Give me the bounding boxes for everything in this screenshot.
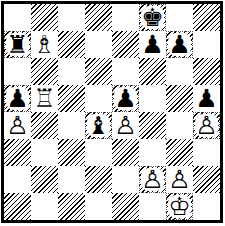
square-h5[interactable]: ♟ bbox=[193, 85, 220, 112]
square-d7[interactable] bbox=[85, 31, 112, 58]
square-f3[interactable] bbox=[139, 139, 166, 166]
board-grid: ♚♜♗♟♟♟♖♟♟♙♝♙♙♙♙♔ bbox=[4, 4, 220, 220]
square-f8[interactable]: ♚ bbox=[139, 4, 166, 31]
square-f5[interactable] bbox=[139, 85, 166, 112]
piece-black-pawn: ♟ bbox=[166, 31, 193, 58]
square-c8[interactable] bbox=[58, 4, 85, 31]
square-c2[interactable] bbox=[58, 166, 85, 193]
piece-black-pawn: ♟ bbox=[193, 85, 220, 112]
square-a2[interactable] bbox=[4, 166, 31, 193]
square-h1[interactable] bbox=[193, 193, 220, 220]
square-c1[interactable] bbox=[58, 193, 85, 220]
piece-black-pawn: ♟ bbox=[139, 31, 166, 58]
piece-black-king: ♚ bbox=[139, 4, 166, 31]
square-d1[interactable] bbox=[85, 193, 112, 220]
square-d6[interactable] bbox=[85, 58, 112, 85]
square-g2[interactable]: ♙ bbox=[166, 166, 193, 193]
square-h7[interactable] bbox=[193, 31, 220, 58]
piece-white-pawn: ♙ bbox=[4, 112, 31, 139]
square-f1[interactable] bbox=[139, 193, 166, 220]
board-frame: ♚♜♗♟♟♟♖♟♟♙♝♙♙♙♙♔ bbox=[1, 1, 223, 223]
piece-black-pawn: ♟ bbox=[4, 85, 31, 112]
piece-white-rook: ♖ bbox=[31, 85, 58, 112]
square-e2[interactable] bbox=[112, 166, 139, 193]
square-e6[interactable] bbox=[112, 58, 139, 85]
square-g1[interactable]: ♔ bbox=[166, 193, 193, 220]
piece-white-pawn: ♙ bbox=[166, 166, 193, 193]
square-a1[interactable] bbox=[4, 193, 31, 220]
square-b6[interactable] bbox=[31, 58, 58, 85]
square-h6[interactable] bbox=[193, 58, 220, 85]
square-e4[interactable]: ♙ bbox=[112, 112, 139, 139]
square-c3[interactable] bbox=[58, 139, 85, 166]
square-g7[interactable]: ♟ bbox=[166, 31, 193, 58]
piece-white-pawn: ♙ bbox=[112, 112, 139, 139]
piece-white-bishop: ♗ bbox=[31, 31, 58, 58]
square-b4[interactable] bbox=[31, 112, 58, 139]
square-b3[interactable] bbox=[31, 139, 58, 166]
square-g8[interactable] bbox=[166, 4, 193, 31]
square-d8[interactable] bbox=[85, 4, 112, 31]
square-g5[interactable] bbox=[166, 85, 193, 112]
square-e3[interactable] bbox=[112, 139, 139, 166]
piece-white-king: ♔ bbox=[166, 193, 193, 220]
square-d2[interactable] bbox=[85, 166, 112, 193]
square-h4[interactable]: ♙ bbox=[193, 112, 220, 139]
square-h2[interactable] bbox=[193, 166, 220, 193]
square-a6[interactable] bbox=[4, 58, 31, 85]
square-h8[interactable] bbox=[193, 4, 220, 31]
square-a4[interactable]: ♙ bbox=[4, 112, 31, 139]
square-b1[interactable] bbox=[31, 193, 58, 220]
square-f6[interactable] bbox=[139, 58, 166, 85]
square-f4[interactable] bbox=[139, 112, 166, 139]
square-c4[interactable] bbox=[58, 112, 85, 139]
square-g4[interactable] bbox=[166, 112, 193, 139]
square-a7[interactable]: ♜ bbox=[4, 31, 31, 58]
square-a5[interactable]: ♟ bbox=[4, 85, 31, 112]
square-e8[interactable] bbox=[112, 4, 139, 31]
square-d5[interactable] bbox=[85, 85, 112, 112]
piece-white-pawn: ♙ bbox=[139, 166, 166, 193]
square-c5[interactable] bbox=[58, 85, 85, 112]
square-c6[interactable] bbox=[58, 58, 85, 85]
square-h3[interactable] bbox=[193, 139, 220, 166]
square-e1[interactable] bbox=[112, 193, 139, 220]
piece-black-bishop: ♝ bbox=[85, 112, 112, 139]
square-a3[interactable] bbox=[4, 139, 31, 166]
square-d4[interactable]: ♝ bbox=[85, 112, 112, 139]
square-f2[interactable]: ♙ bbox=[139, 166, 166, 193]
square-d3[interactable] bbox=[85, 139, 112, 166]
square-b7[interactable]: ♗ bbox=[31, 31, 58, 58]
square-c7[interactable] bbox=[58, 31, 85, 58]
piece-black-rook: ♜ bbox=[4, 31, 31, 58]
piece-white-pawn: ♙ bbox=[193, 112, 220, 139]
square-f7[interactable]: ♟ bbox=[139, 31, 166, 58]
square-e7[interactable] bbox=[112, 31, 139, 58]
square-b5[interactable]: ♖ bbox=[31, 85, 58, 112]
square-b2[interactable] bbox=[31, 166, 58, 193]
square-a8[interactable] bbox=[4, 4, 31, 31]
chess-diagram: ♚♜♗♟♟♟♖♟♟♙♝♙♙♙♙♔ bbox=[0, 0, 225, 226]
square-b8[interactable] bbox=[31, 4, 58, 31]
square-g6[interactable] bbox=[166, 58, 193, 85]
square-g3[interactable] bbox=[166, 139, 193, 166]
square-e5[interactable]: ♟ bbox=[112, 85, 139, 112]
piece-black-pawn: ♟ bbox=[112, 85, 139, 112]
